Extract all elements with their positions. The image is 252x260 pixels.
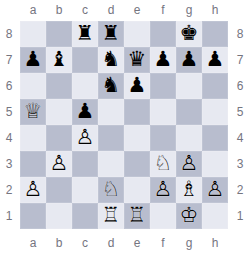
square-b6[interactable] <box>46 73 72 99</box>
square-f1[interactable] <box>150 203 176 229</box>
file-label-bottom-e: e <box>124 236 150 250</box>
piece-black-bishop: ♝ <box>46 47 72 73</box>
rank-label-right-3: 3 <box>230 151 250 177</box>
square-e1[interactable]: ♖ <box>124 203 150 229</box>
square-h4[interactable] <box>202 125 228 151</box>
piece-black-queen: ♛ <box>124 47 150 73</box>
rank-label-right-7: 7 <box>230 47 250 73</box>
square-b5[interactable] <box>46 99 72 125</box>
square-h6[interactable] <box>202 73 228 99</box>
piece-white-knight: ♘ <box>150 151 176 177</box>
rank-label-left-5: 5 <box>0 99 18 125</box>
square-c7[interactable] <box>72 47 98 73</box>
file-label-top-b: b <box>46 3 72 17</box>
rank-label-right-4: 4 <box>230 125 250 151</box>
square-d5[interactable] <box>98 99 124 125</box>
piece-white-pawn: ♙ <box>72 125 98 151</box>
piece-black-pawn: ♟ <box>202 47 228 73</box>
square-g2[interactable]: ♗ <box>176 177 202 203</box>
square-h7[interactable]: ♟ <box>202 47 228 73</box>
file-label-bottom-h: h <box>202 236 228 250</box>
square-e7[interactable]: ♛ <box>124 47 150 73</box>
piece-white-pawn: ♙ <box>202 177 228 203</box>
file-labels-top: abcdefgh <box>20 3 228 17</box>
file-label-top-h: h <box>202 3 228 17</box>
piece-black-pawn: ♟ <box>124 73 150 99</box>
square-g3[interactable]: ♙ <box>176 151 202 177</box>
rank-labels-left: 87654321 <box>0 21 18 229</box>
square-d2[interactable]: ♘ <box>98 177 124 203</box>
square-c8[interactable]: ♜ <box>72 21 98 47</box>
file-label-top-g: g <box>176 3 202 17</box>
square-g8[interactable]: ♚ <box>176 21 202 47</box>
square-a1[interactable] <box>20 203 46 229</box>
square-h8[interactable] <box>202 21 228 47</box>
file-labels-bottom: abcdefgh <box>20 236 228 250</box>
piece-white-pawn: ♙ <box>46 151 72 177</box>
rank-label-right-2: 2 <box>230 177 250 203</box>
piece-black-rook: ♜ <box>72 21 98 47</box>
square-g6[interactable] <box>176 73 202 99</box>
piece-white-knight: ♘ <box>98 177 124 203</box>
square-e5[interactable] <box>124 99 150 125</box>
square-d8[interactable]: ♜ <box>98 21 124 47</box>
file-label-bottom-g: g <box>176 236 202 250</box>
square-d3[interactable] <box>98 151 124 177</box>
file-label-top-c: c <box>72 3 98 17</box>
square-h3[interactable] <box>202 151 228 177</box>
square-d7[interactable]: ♞ <box>98 47 124 73</box>
rank-label-left-1: 1 <box>0 203 18 229</box>
square-b8[interactable] <box>46 21 72 47</box>
square-b7[interactable]: ♝ <box>46 47 72 73</box>
square-e8[interactable] <box>124 21 150 47</box>
square-f7[interactable]: ♟ <box>150 47 176 73</box>
square-a6[interactable] <box>20 73 46 99</box>
square-c4[interactable]: ♙ <box>72 125 98 151</box>
square-d6[interactable]: ♞ <box>98 73 124 99</box>
square-a4[interactable] <box>20 125 46 151</box>
rank-label-left-6: 6 <box>0 73 18 99</box>
square-b2[interactable] <box>46 177 72 203</box>
rank-label-left-4: 4 <box>0 125 18 151</box>
file-label-top-d: d <box>98 3 124 17</box>
rank-label-left-7: 7 <box>0 47 18 73</box>
square-f6[interactable] <box>150 73 176 99</box>
square-c6[interactable] <box>72 73 98 99</box>
file-label-bottom-f: f <box>150 236 176 250</box>
square-g1[interactable]: ♔ <box>176 203 202 229</box>
square-g7[interactable]: ♟ <box>176 47 202 73</box>
square-c2[interactable] <box>72 177 98 203</box>
file-label-bottom-b: b <box>46 236 72 250</box>
file-label-top-a: a <box>20 3 46 17</box>
square-f5[interactable] <box>150 99 176 125</box>
piece-black-pawn: ♟ <box>20 47 46 73</box>
square-b1[interactable] <box>46 203 72 229</box>
square-a2[interactable]: ♙ <box>20 177 46 203</box>
square-c5[interactable]: ♟ <box>72 99 98 125</box>
piece-white-king: ♔ <box>176 203 202 229</box>
file-label-bottom-c: c <box>72 236 98 250</box>
square-d4[interactable] <box>98 125 124 151</box>
piece-white-queen: ♕ <box>20 99 46 125</box>
square-a5[interactable]: ♕ <box>20 99 46 125</box>
square-g4[interactable] <box>176 125 202 151</box>
square-g5[interactable] <box>176 99 202 125</box>
piece-white-pawn: ♙ <box>20 177 46 203</box>
rank-label-left-3: 3 <box>0 151 18 177</box>
square-a3[interactable] <box>20 151 46 177</box>
square-e3[interactable] <box>124 151 150 177</box>
square-h5[interactable] <box>202 99 228 125</box>
square-e6[interactable]: ♟ <box>124 73 150 99</box>
rank-label-right-6: 6 <box>230 73 250 99</box>
rank-label-left-2: 2 <box>0 177 18 203</box>
square-c3[interactable] <box>72 151 98 177</box>
rank-label-right-5: 5 <box>230 99 250 125</box>
piece-white-rook: ♖ <box>98 203 124 229</box>
piece-black-king: ♚ <box>176 21 202 47</box>
square-d1[interactable]: ♖ <box>98 203 124 229</box>
file-label-bottom-d: d <box>98 236 124 250</box>
square-h2[interactable]: ♙ <box>202 177 228 203</box>
piece-black-pawn: ♟ <box>72 99 98 125</box>
file-label-top-e: e <box>124 3 150 17</box>
square-b3[interactable]: ♙ <box>46 151 72 177</box>
piece-white-pawn: ♙ <box>176 151 202 177</box>
square-c1[interactable] <box>72 203 98 229</box>
square-e4[interactable] <box>124 125 150 151</box>
square-f4[interactable] <box>150 125 176 151</box>
piece-black-pawn: ♟ <box>176 47 202 73</box>
square-f2[interactable]: ♙ <box>150 177 176 203</box>
rank-label-right-8: 8 <box>230 21 250 47</box>
rank-label-left-8: 8 <box>0 21 18 47</box>
chess-diagram: abcdefgh abcdefgh 87654321 87654321 ♜♜♚♟… <box>0 0 252 260</box>
piece-black-rook: ♜ <box>98 21 124 47</box>
square-b4[interactable] <box>46 125 72 151</box>
file-label-bottom-a: a <box>20 236 46 250</box>
square-a8[interactable] <box>20 21 46 47</box>
piece-white-bishop: ♗ <box>176 177 202 203</box>
piece-white-rook: ♖ <box>124 203 150 229</box>
file-label-top-f: f <box>150 3 176 17</box>
piece-black-knight: ♞ <box>98 47 124 73</box>
piece-white-pawn: ♙ <box>150 177 176 203</box>
square-a7[interactable]: ♟ <box>20 47 46 73</box>
square-h1[interactable] <box>202 203 228 229</box>
chess-board: ♜♜♚♟♝♞♛♟♟♟♞♟♕♟♙♙♘♙♙♘♙♗♙♖♖♔ <box>20 21 228 229</box>
square-f3[interactable]: ♘ <box>150 151 176 177</box>
piece-black-pawn: ♟ <box>150 47 176 73</box>
rank-labels-right: 87654321 <box>230 21 250 229</box>
rank-label-right-1: 1 <box>230 203 250 229</box>
piece-black-knight: ♞ <box>98 73 124 99</box>
square-f8[interactable] <box>150 21 176 47</box>
square-e2[interactable] <box>124 177 150 203</box>
